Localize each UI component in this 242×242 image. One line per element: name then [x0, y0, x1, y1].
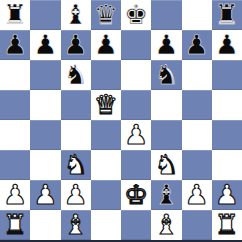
white-bishop-c1[interactable]: ♝ — [64, 210, 88, 240]
square-d7[interactable]: ♟ — [91, 30, 121, 60]
square-f8[interactable] — [151, 0, 181, 30]
square-a5[interactable] — [0, 90, 30, 120]
square-h2[interactable]: ♟ — [212, 180, 242, 210]
black-king-e8[interactable]: ♚ — [124, 0, 148, 30]
square-f6[interactable]: ♞ — [151, 60, 181, 90]
square-b3[interactable] — [30, 150, 60, 180]
square-e3[interactable] — [121, 150, 151, 180]
square-f7[interactable]: ♟ — [151, 30, 181, 60]
square-d2[interactable] — [91, 180, 121, 210]
square-c7[interactable]: ♟ — [61, 30, 91, 60]
square-h3[interactable] — [212, 150, 242, 180]
square-a6[interactable] — [0, 60, 30, 90]
square-b8[interactable] — [30, 0, 60, 30]
square-d8[interactable]: ♛ — [91, 0, 121, 30]
white-knight-f3[interactable]: ♞ — [154, 150, 178, 180]
square-g6[interactable] — [182, 60, 212, 90]
square-d4[interactable] — [91, 120, 121, 150]
square-g1[interactable] — [182, 210, 212, 240]
square-g8[interactable] — [182, 0, 212, 30]
black-pawn-h7[interactable]: ♟ — [215, 30, 239, 60]
square-b1[interactable] — [30, 210, 60, 240]
square-a7[interactable]: ♟ — [0, 30, 30, 60]
white-queen-d5[interactable]: ♛ — [94, 90, 118, 120]
white-pawn-g2[interactable]: ♟ — [185, 180, 209, 210]
square-a3[interactable] — [0, 150, 30, 180]
square-b2[interactable]: ♟ — [30, 180, 60, 210]
square-c6[interactable]: ♞ — [61, 60, 91, 90]
white-rook-a1[interactable]: ♜ — [3, 210, 27, 240]
square-g2[interactable]: ♟ — [182, 180, 212, 210]
square-e4[interactable]: ♟ — [121, 120, 151, 150]
square-f2[interactable]: ♝ — [151, 180, 181, 210]
square-h6[interactable] — [212, 60, 242, 90]
white-king-e2[interactable]: ♚ — [124, 180, 148, 210]
white-bishop-f1[interactable]: ♝ — [154, 210, 178, 240]
square-c1[interactable]: ♝ — [61, 210, 91, 240]
black-knight-c6[interactable]: ♞ — [64, 60, 88, 90]
square-a8[interactable]: ♜ — [0, 0, 30, 30]
white-pawn-a2[interactable]: ♟ — [3, 180, 27, 210]
square-d1[interactable] — [91, 210, 121, 240]
square-e6[interactable] — [121, 60, 151, 90]
square-e8[interactable]: ♚ — [121, 0, 151, 30]
square-g7[interactable]: ♟ — [182, 30, 212, 60]
square-h8[interactable]: ♜ — [212, 0, 242, 30]
black-rook-h8[interactable]: ♜ — [215, 0, 239, 30]
square-d5[interactable]: ♛ — [91, 90, 121, 120]
square-h7[interactable]: ♟ — [212, 30, 242, 60]
square-c5[interactable] — [61, 90, 91, 120]
white-pawn-e4[interactable]: ♟ — [124, 120, 148, 150]
square-c4[interactable] — [61, 120, 91, 150]
black-pawn-d7[interactable]: ♟ — [94, 30, 118, 60]
square-b6[interactable] — [30, 60, 60, 90]
square-a4[interactable] — [0, 120, 30, 150]
black-pawn-b7[interactable]: ♟ — [33, 30, 57, 60]
white-pawn-h2[interactable]: ♟ — [215, 180, 239, 210]
square-d6[interactable] — [91, 60, 121, 90]
black-pawn-c7[interactable]: ♟ — [64, 30, 88, 60]
black-pawn-a7[interactable]: ♟ — [3, 30, 27, 60]
black-pawn-f7[interactable]: ♟ — [154, 30, 178, 60]
square-a1[interactable]: ♜ — [0, 210, 30, 240]
square-d3[interactable] — [91, 150, 121, 180]
square-f4[interactable] — [151, 120, 181, 150]
square-b5[interactable] — [30, 90, 60, 120]
white-pawn-c2[interactable]: ♟ — [64, 180, 88, 210]
square-a2[interactable]: ♟ — [0, 180, 30, 210]
black-pawn-g7[interactable]: ♟ — [185, 30, 209, 60]
square-h1[interactable]: ♜ — [212, 210, 242, 240]
black-rook-a8[interactable]: ♜ — [3, 0, 27, 30]
square-e2[interactable]: ♚ — [121, 180, 151, 210]
square-g3[interactable] — [182, 150, 212, 180]
white-rook-h1[interactable]: ♜ — [215, 210, 239, 240]
square-f3[interactable]: ♞ — [151, 150, 181, 180]
square-b7[interactable]: ♟ — [30, 30, 60, 60]
white-pawn-b2[interactable]: ♟ — [33, 180, 57, 210]
white-knight-c3[interactable]: ♞ — [64, 150, 88, 180]
square-h4[interactable] — [212, 120, 242, 150]
square-e7[interactable] — [121, 30, 151, 60]
square-c8[interactable]: ♝ — [61, 0, 91, 30]
square-g5[interactable] — [182, 90, 212, 120]
black-bishop-c8[interactable]: ♝ — [64, 0, 88, 30]
black-knight-f6[interactable]: ♞ — [154, 60, 178, 90]
square-b4[interactable] — [30, 120, 60, 150]
square-h5[interactable] — [212, 90, 242, 120]
square-f1[interactable]: ♝ — [151, 210, 181, 240]
square-f5[interactable] — [151, 90, 181, 120]
square-c3[interactable]: ♞ — [61, 150, 91, 180]
chess-board: ♜♝♛♚♜♟♟♟♟♟♟♟♞♞♛♟♞♞♟♟♟♚♝♟♟♜♝♝♜ — [0, 0, 242, 242]
square-g4[interactable] — [182, 120, 212, 150]
square-e5[interactable] — [121, 90, 151, 120]
square-c2[interactable]: ♟ — [61, 180, 91, 210]
square-e1[interactable] — [121, 210, 151, 240]
black-queen-d8[interactable]: ♛ — [94, 0, 118, 30]
black-bishop-f2[interactable]: ♝ — [154, 180, 178, 210]
